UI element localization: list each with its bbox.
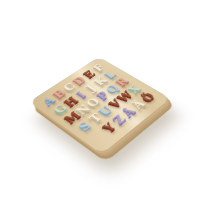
puzzle-board-grid: ABCDEFGHIJKLMNOPQRSTUVWXYZÅÄÖ: [38, 62, 159, 145]
puzzle-board: ABCDEFGHIJKLMNOPQRSTUVWXYZÅÄÖ: [29, 57, 170, 154]
product-photo-scene: ABCDEFGHIJKLMNOPQRSTUVWXYZÅÄÖ: [0, 0, 200, 200]
